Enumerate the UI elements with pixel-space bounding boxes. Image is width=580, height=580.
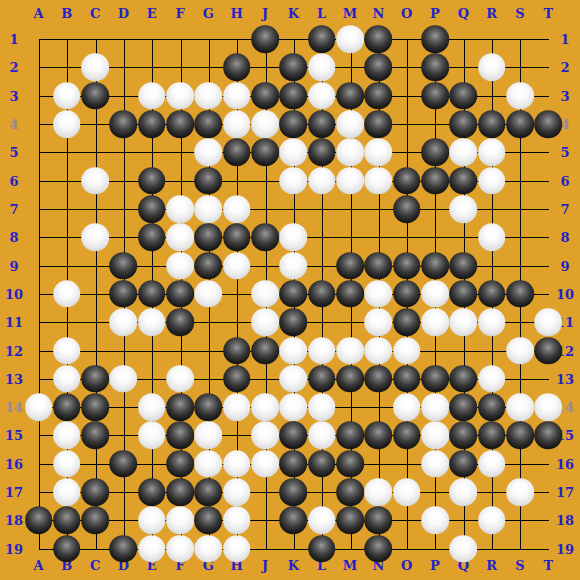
white-stone-Q17[interactable] bbox=[450, 478, 478, 506]
coord-label-left-9: 9 bbox=[9, 258, 18, 273]
coord-label-left-5: 5 bbox=[9, 145, 18, 160]
black-stone-C3[interactable] bbox=[81, 82, 109, 110]
coord-label-left-14: 14 bbox=[5, 400, 23, 415]
black-stone-L1[interactable] bbox=[308, 25, 336, 53]
white-stone-K14[interactable] bbox=[280, 393, 308, 421]
white-stone-Q11[interactable] bbox=[450, 308, 478, 336]
black-stone-F10[interactable] bbox=[166, 280, 194, 308]
black-stone-M17[interactable] bbox=[336, 478, 364, 506]
black-stone-J8[interactable] bbox=[251, 223, 279, 251]
coord-label-left-17: 17 bbox=[5, 485, 23, 500]
white-stone-M5[interactable] bbox=[336, 138, 364, 166]
black-stone-G9[interactable] bbox=[195, 252, 223, 280]
white-stone-H18[interactable] bbox=[223, 507, 251, 535]
coord-label-top-S: S bbox=[515, 6, 524, 21]
white-stone-B4[interactable] bbox=[53, 110, 81, 138]
white-stone-G3[interactable] bbox=[195, 82, 223, 110]
black-stone-K3[interactable] bbox=[280, 82, 308, 110]
white-stone-J15[interactable] bbox=[251, 422, 279, 450]
black-stone-R15[interactable] bbox=[478, 422, 506, 450]
black-stone-O15[interactable] bbox=[393, 422, 421, 450]
coord-label-top-B: B bbox=[61, 6, 72, 21]
white-stone-R11[interactable] bbox=[478, 308, 506, 336]
black-stone-Q16[interactable] bbox=[450, 450, 478, 478]
coord-label-left-4: 4 bbox=[9, 116, 18, 131]
white-stone-L6[interactable] bbox=[308, 167, 336, 195]
black-stone-N9[interactable] bbox=[365, 252, 393, 280]
black-stone-K15[interactable] bbox=[280, 422, 308, 450]
white-stone-M12[interactable] bbox=[336, 337, 364, 365]
white-stone-D11[interactable] bbox=[110, 308, 138, 336]
white-stone-G15[interactable] bbox=[195, 422, 223, 450]
coord-label-left-13: 13 bbox=[5, 371, 23, 386]
coord-label-left-2: 2 bbox=[9, 60, 18, 75]
white-stone-R18[interactable] bbox=[478, 507, 506, 535]
black-stone-P6[interactable] bbox=[421, 167, 449, 195]
white-stone-P15[interactable] bbox=[421, 422, 449, 450]
black-stone-G14[interactable] bbox=[195, 393, 223, 421]
white-stone-N10[interactable] bbox=[365, 280, 393, 308]
white-stone-H3[interactable] bbox=[223, 82, 251, 110]
white-stone-A14[interactable] bbox=[25, 393, 53, 421]
coord-label-top-N: N bbox=[372, 6, 384, 21]
black-stone-O9[interactable] bbox=[393, 252, 421, 280]
black-stone-E4[interactable] bbox=[138, 110, 166, 138]
white-stone-Q7[interactable] bbox=[450, 195, 478, 223]
black-stone-K11[interactable] bbox=[280, 308, 308, 336]
white-stone-E18[interactable] bbox=[138, 507, 166, 535]
black-stone-D9[interactable] bbox=[110, 252, 138, 280]
white-stone-E3[interactable] bbox=[138, 82, 166, 110]
black-stone-O6[interactable] bbox=[393, 167, 421, 195]
black-stone-F4[interactable] bbox=[166, 110, 194, 138]
white-stone-J14[interactable] bbox=[251, 393, 279, 421]
white-stone-M6[interactable] bbox=[336, 167, 364, 195]
black-stone-K2[interactable] bbox=[280, 54, 308, 82]
coord-label-left-12: 12 bbox=[5, 343, 23, 358]
white-stone-K13[interactable] bbox=[280, 365, 308, 393]
white-stone-J11[interactable] bbox=[251, 308, 279, 336]
black-stone-S4[interactable] bbox=[506, 110, 534, 138]
white-stone-B3[interactable] bbox=[53, 82, 81, 110]
black-stone-L10[interactable] bbox=[308, 280, 336, 308]
white-stone-O14[interactable] bbox=[393, 393, 421, 421]
white-stone-F3[interactable] bbox=[166, 82, 194, 110]
black-stone-J12[interactable] bbox=[251, 337, 279, 365]
coord-label-top-P: P bbox=[430, 6, 440, 21]
coord-label-top-D: D bbox=[118, 6, 129, 21]
white-stone-B15[interactable] bbox=[53, 422, 81, 450]
white-stone-C2[interactable] bbox=[81, 54, 109, 82]
white-stone-H14[interactable] bbox=[223, 393, 251, 421]
coord-label-top-H: H bbox=[231, 6, 243, 21]
white-stone-C6[interactable] bbox=[81, 167, 109, 195]
coord-label-bottom-P: P bbox=[430, 558, 440, 573]
coord-label-top-T: T bbox=[543, 6, 553, 21]
coord-label-left-3: 3 bbox=[9, 88, 18, 103]
black-stone-Q10[interactable] bbox=[450, 280, 478, 308]
black-stone-Q9[interactable] bbox=[450, 252, 478, 280]
white-stone-G10[interactable] bbox=[195, 280, 223, 308]
black-stone-O10[interactable] bbox=[393, 280, 421, 308]
white-stone-T11[interactable] bbox=[534, 308, 562, 336]
coord-label-top-C: C bbox=[90, 6, 100, 21]
coord-label-left-19: 19 bbox=[5, 541, 23, 556]
black-stone-T15[interactable] bbox=[534, 422, 562, 450]
white-stone-S12[interactable] bbox=[506, 337, 534, 365]
coord-label-bottom-C: C bbox=[90, 558, 100, 573]
black-stone-N1[interactable] bbox=[365, 25, 393, 53]
white-stone-M1[interactable] bbox=[336, 25, 364, 53]
black-stone-P2[interactable] bbox=[421, 54, 449, 82]
black-stone-G8[interactable] bbox=[195, 223, 223, 251]
coord-label-bottom-T: T bbox=[543, 558, 553, 573]
black-stone-K18[interactable] bbox=[280, 507, 308, 535]
black-stone-Q6[interactable] bbox=[450, 167, 478, 195]
coord-label-top-L: L bbox=[317, 6, 326, 21]
white-stone-B10[interactable] bbox=[53, 280, 81, 308]
black-stone-P3[interactable] bbox=[421, 82, 449, 110]
black-stone-L4[interactable] bbox=[308, 110, 336, 138]
coord-label-right-13: 13 bbox=[556, 371, 574, 386]
white-stone-D13[interactable] bbox=[110, 365, 138, 393]
white-stone-E15[interactable] bbox=[138, 422, 166, 450]
white-stone-N5[interactable] bbox=[365, 138, 393, 166]
white-stone-L12[interactable] bbox=[308, 337, 336, 365]
white-stone-K5[interactable] bbox=[280, 138, 308, 166]
black-stone-B14[interactable] bbox=[53, 393, 81, 421]
white-stone-H9[interactable] bbox=[223, 252, 251, 280]
black-stone-P13[interactable] bbox=[421, 365, 449, 393]
black-stone-L19[interactable] bbox=[308, 535, 336, 563]
black-stone-D19[interactable] bbox=[110, 535, 138, 563]
black-stone-Q13[interactable] bbox=[450, 365, 478, 393]
black-stone-L16[interactable] bbox=[308, 450, 336, 478]
black-stone-Q14[interactable] bbox=[450, 393, 478, 421]
white-stone-R6[interactable] bbox=[478, 167, 506, 195]
white-stone-N12[interactable] bbox=[365, 337, 393, 365]
black-stone-G6[interactable] bbox=[195, 167, 223, 195]
white-stone-R16[interactable] bbox=[478, 450, 506, 478]
white-stone-H19[interactable] bbox=[223, 535, 251, 563]
black-stone-K10[interactable] bbox=[280, 280, 308, 308]
white-stone-K9[interactable] bbox=[280, 252, 308, 280]
white-stone-P10[interactable] bbox=[421, 280, 449, 308]
black-stone-B18[interactable] bbox=[53, 507, 81, 535]
white-stone-S3[interactable] bbox=[506, 82, 534, 110]
black-stone-F11[interactable] bbox=[166, 308, 194, 336]
black-stone-G18[interactable] bbox=[195, 507, 223, 535]
black-stone-Q4[interactable] bbox=[450, 110, 478, 138]
white-stone-F7[interactable] bbox=[166, 195, 194, 223]
black-stone-N18[interactable] bbox=[365, 507, 393, 535]
black-stone-F15[interactable] bbox=[166, 422, 194, 450]
coord-label-left-6: 6 bbox=[9, 173, 18, 188]
coord-label-top-O: O bbox=[401, 6, 412, 21]
white-stone-F9[interactable] bbox=[166, 252, 194, 280]
coord-label-right-17: 17 bbox=[556, 485, 574, 500]
black-stone-E8[interactable] bbox=[138, 223, 166, 251]
black-stone-Q15[interactable] bbox=[450, 422, 478, 450]
black-stone-P5[interactable] bbox=[421, 138, 449, 166]
white-stone-L14[interactable] bbox=[308, 393, 336, 421]
black-stone-M18[interactable] bbox=[336, 507, 364, 535]
black-stone-B19[interactable] bbox=[53, 535, 81, 563]
white-stone-B13[interactable] bbox=[53, 365, 81, 393]
coord-label-right-6: 6 bbox=[560, 173, 569, 188]
black-stone-J5[interactable] bbox=[251, 138, 279, 166]
black-stone-S10[interactable] bbox=[506, 280, 534, 308]
white-stone-K12[interactable] bbox=[280, 337, 308, 365]
coord-label-bottom-K: K bbox=[288, 558, 299, 573]
white-stone-J16[interactable] bbox=[251, 450, 279, 478]
white-stone-S14[interactable] bbox=[506, 393, 534, 421]
white-stone-G16[interactable] bbox=[195, 450, 223, 478]
coord-label-right-5: 5 bbox=[560, 145, 569, 160]
black-stone-C15[interactable] bbox=[81, 422, 109, 450]
white-stone-P16[interactable] bbox=[421, 450, 449, 478]
black-stone-E17[interactable] bbox=[138, 478, 166, 506]
white-stone-L3[interactable] bbox=[308, 82, 336, 110]
white-stone-R5[interactable] bbox=[478, 138, 506, 166]
white-stone-F19[interactable] bbox=[166, 535, 194, 563]
coord-label-bottom-A: A bbox=[33, 558, 43, 573]
white-stone-Q19[interactable] bbox=[450, 535, 478, 563]
white-stone-F8[interactable] bbox=[166, 223, 194, 251]
black-stone-F14[interactable] bbox=[166, 393, 194, 421]
coord-label-left-8: 8 bbox=[9, 230, 18, 245]
black-stone-E10[interactable] bbox=[138, 280, 166, 308]
white-stone-J10[interactable] bbox=[251, 280, 279, 308]
coord-label-right-2: 2 bbox=[560, 60, 569, 75]
coord-label-left-15: 15 bbox=[5, 428, 23, 443]
white-stone-T14[interactable] bbox=[534, 393, 562, 421]
black-stone-N19[interactable] bbox=[365, 535, 393, 563]
white-stone-K6[interactable] bbox=[280, 167, 308, 195]
white-stone-O17[interactable] bbox=[393, 478, 421, 506]
coord-label-right-16: 16 bbox=[556, 456, 574, 471]
white-stone-F13[interactable] bbox=[166, 365, 194, 393]
go-board-screen: AABBCCDDEEFFGGHHJJKKLLMMNNOOPPQQRRSSTT11… bbox=[0, 0, 580, 580]
black-stone-M13[interactable] bbox=[336, 365, 364, 393]
black-stone-J1[interactable] bbox=[251, 25, 279, 53]
coord-label-right-19: 19 bbox=[556, 541, 574, 556]
coord-label-right-9: 9 bbox=[560, 258, 569, 273]
black-stone-Q3[interactable] bbox=[450, 82, 478, 110]
black-stone-N4[interactable] bbox=[365, 110, 393, 138]
black-stone-N2[interactable] bbox=[365, 54, 393, 82]
black-stone-H13[interactable] bbox=[223, 365, 251, 393]
coord-label-top-E: E bbox=[147, 6, 157, 21]
coord-label-left-18: 18 bbox=[5, 513, 23, 528]
black-stone-E6[interactable] bbox=[138, 167, 166, 195]
black-stone-M15[interactable] bbox=[336, 422, 364, 450]
white-stone-R2[interactable] bbox=[478, 54, 506, 82]
coord-label-left-1: 1 bbox=[9, 32, 18, 47]
coord-label-top-J: J bbox=[262, 6, 268, 21]
white-stone-N11[interactable] bbox=[365, 308, 393, 336]
coord-label-top-M: M bbox=[343, 6, 357, 21]
coord-label-bottom-M: M bbox=[343, 558, 357, 573]
white-stone-S17[interactable] bbox=[506, 478, 534, 506]
black-stone-N13[interactable] bbox=[365, 365, 393, 393]
white-stone-L18[interactable] bbox=[308, 507, 336, 535]
white-stone-R8[interactable] bbox=[478, 223, 506, 251]
black-stone-M3[interactable] bbox=[336, 82, 364, 110]
black-stone-N3[interactable] bbox=[365, 82, 393, 110]
black-stone-H12[interactable] bbox=[223, 337, 251, 365]
black-stone-L13[interactable] bbox=[308, 365, 336, 393]
black-stone-M9[interactable] bbox=[336, 252, 364, 280]
white-stone-B12[interactable] bbox=[53, 337, 81, 365]
black-stone-T12[interactable] bbox=[534, 337, 562, 365]
black-stone-H5[interactable] bbox=[223, 138, 251, 166]
black-stone-A18[interactable] bbox=[25, 507, 53, 535]
white-stone-H17[interactable] bbox=[223, 478, 251, 506]
black-stone-G17[interactable] bbox=[195, 478, 223, 506]
coord-label-bottom-J: J bbox=[262, 558, 268, 573]
white-stone-O12[interactable] bbox=[393, 337, 421, 365]
coord-label-right-18: 18 bbox=[556, 513, 574, 528]
black-stone-K17[interactable] bbox=[280, 478, 308, 506]
white-stone-G7[interactable] bbox=[195, 195, 223, 223]
black-stone-D4[interactable] bbox=[110, 110, 138, 138]
coord-label-left-7: 7 bbox=[9, 201, 18, 216]
white-stone-H16[interactable] bbox=[223, 450, 251, 478]
black-stone-C14[interactable] bbox=[81, 393, 109, 421]
white-stone-P11[interactable] bbox=[421, 308, 449, 336]
black-stone-K4[interactable] bbox=[280, 110, 308, 138]
black-stone-M10[interactable] bbox=[336, 280, 364, 308]
coord-label-left-16: 16 bbox=[5, 456, 23, 471]
white-stone-E19[interactable] bbox=[138, 535, 166, 563]
black-stone-O13[interactable] bbox=[393, 365, 421, 393]
coord-label-bottom-S: S bbox=[515, 558, 524, 573]
coord-label-top-R: R bbox=[486, 6, 497, 21]
white-stone-N17[interactable] bbox=[365, 478, 393, 506]
white-stone-P14[interactable] bbox=[421, 393, 449, 421]
white-stone-G5[interactable] bbox=[195, 138, 223, 166]
white-stone-K8[interactable] bbox=[280, 223, 308, 251]
black-stone-R10[interactable] bbox=[478, 280, 506, 308]
coord-label-left-11: 11 bbox=[5, 315, 23, 330]
coord-label-right-3: 3 bbox=[560, 88, 569, 103]
coord-label-top-Q: Q bbox=[458, 6, 469, 21]
coord-label-top-G: G bbox=[203, 6, 214, 21]
white-stone-R13[interactable] bbox=[478, 365, 506, 393]
black-stone-H2[interactable] bbox=[223, 54, 251, 82]
black-stone-D10[interactable] bbox=[110, 280, 138, 308]
coord-label-right-1: 1 bbox=[560, 32, 569, 47]
black-stone-R14[interactable] bbox=[478, 393, 506, 421]
coord-label-right-10: 10 bbox=[556, 286, 574, 301]
black-stone-E7[interactable] bbox=[138, 195, 166, 223]
coord-label-top-A: A bbox=[33, 6, 43, 21]
black-stone-S15[interactable] bbox=[506, 422, 534, 450]
coord-label-right-7: 7 bbox=[560, 201, 569, 216]
black-stone-H8[interactable] bbox=[223, 223, 251, 251]
black-stone-O7[interactable] bbox=[393, 195, 421, 223]
black-stone-P1[interactable] bbox=[421, 25, 449, 53]
white-stone-Q5[interactable] bbox=[450, 138, 478, 166]
coord-label-bottom-R: R bbox=[486, 558, 497, 573]
white-stone-L15[interactable] bbox=[308, 422, 336, 450]
black-stone-T4[interactable] bbox=[534, 110, 562, 138]
black-stone-G4[interactable] bbox=[195, 110, 223, 138]
white-stone-H4[interactable] bbox=[223, 110, 251, 138]
black-stone-N15[interactable] bbox=[365, 422, 393, 450]
white-stone-B16[interactable] bbox=[53, 450, 81, 478]
coord-label-right-8: 8 bbox=[560, 230, 569, 245]
black-stone-J3[interactable] bbox=[251, 82, 279, 110]
white-stone-E11[interactable] bbox=[138, 308, 166, 336]
coord-label-top-K: K bbox=[288, 6, 299, 21]
black-stone-F17[interactable] bbox=[166, 478, 194, 506]
black-stone-L5[interactable] bbox=[308, 138, 336, 166]
black-stone-F16[interactable] bbox=[166, 450, 194, 478]
black-stone-M16[interactable] bbox=[336, 450, 364, 478]
black-stone-C17[interactable] bbox=[81, 478, 109, 506]
white-stone-P18[interactable] bbox=[421, 507, 449, 535]
black-stone-C13[interactable] bbox=[81, 365, 109, 393]
white-stone-J4[interactable] bbox=[251, 110, 279, 138]
white-stone-N6[interactable] bbox=[365, 167, 393, 195]
white-stone-H7[interactable] bbox=[223, 195, 251, 223]
coord-label-top-F: F bbox=[175, 6, 184, 21]
white-stone-B17[interactable] bbox=[53, 478, 81, 506]
black-stone-D16[interactable] bbox=[110, 450, 138, 478]
white-stone-F18[interactable] bbox=[166, 507, 194, 535]
coord-label-left-10: 10 bbox=[5, 286, 23, 301]
coord-label-bottom-O: O bbox=[401, 558, 412, 573]
white-stone-L2[interactable] bbox=[308, 54, 336, 82]
black-stone-O11[interactable] bbox=[393, 308, 421, 336]
black-stone-R4[interactable] bbox=[478, 110, 506, 138]
white-stone-C8[interactable] bbox=[81, 223, 109, 251]
white-stone-G19[interactable] bbox=[195, 535, 223, 563]
black-stone-K16[interactable] bbox=[280, 450, 308, 478]
black-stone-C18[interactable] bbox=[81, 507, 109, 535]
white-stone-E14[interactable] bbox=[138, 393, 166, 421]
black-stone-P9[interactable] bbox=[421, 252, 449, 280]
white-stone-M4[interactable] bbox=[336, 110, 364, 138]
